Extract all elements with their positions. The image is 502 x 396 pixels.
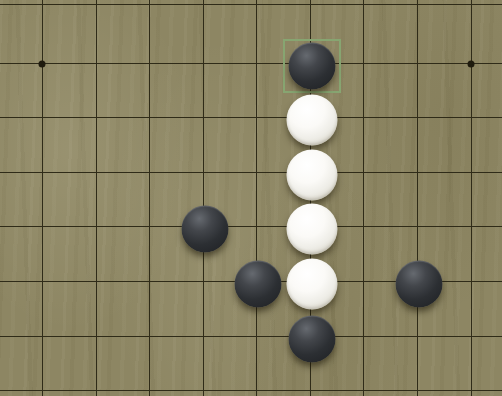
grid-line-vertical (96, 0, 97, 396)
grid-line-horizontal (0, 390, 502, 391)
grid-line-horizontal (0, 226, 502, 227)
grid-line-vertical (149, 0, 150, 396)
white-stone (287, 95, 338, 146)
black-stone (396, 261, 443, 308)
grid-line-vertical (471, 0, 472, 396)
star-point (39, 61, 46, 68)
game-window (0, 0, 502, 396)
grid-line-horizontal (0, 336, 502, 337)
grid-line-vertical (363, 0, 364, 396)
black-stone (182, 206, 229, 253)
grid-line-vertical (256, 0, 257, 396)
grid-line-horizontal (0, 63, 502, 64)
grid-line-vertical (417, 0, 418, 396)
grid-line-horizontal (0, 117, 502, 118)
grid-line-horizontal (0, 172, 502, 173)
white-stone (287, 204, 338, 255)
black-stone (289, 43, 336, 90)
black-stone (235, 261, 282, 308)
white-stone (287, 259, 338, 310)
grid-line-vertical (42, 0, 43, 396)
white-stone (287, 150, 338, 201)
star-point (468, 61, 475, 68)
grid-line-horizontal (0, 4, 502, 5)
black-stone (289, 316, 336, 363)
grid-line-vertical (203, 0, 204, 396)
goban-board[interactable] (0, 0, 502, 396)
